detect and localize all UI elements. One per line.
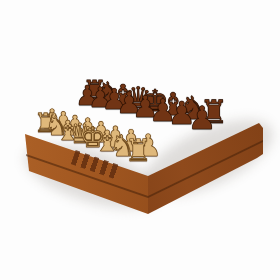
- piece-white-rook[interactable]: ♜: [125, 136, 152, 166]
- product-photo-canvas: ♜♞♝♛♚♝♞♜♟♟♟♟♟♟♟♟♟♟♟♟♟♟♟♟♜♞♝♛♚♝♞♜: [0, 0, 280, 280]
- piece-black-pawn[interactable]: ♟: [188, 102, 217, 134]
